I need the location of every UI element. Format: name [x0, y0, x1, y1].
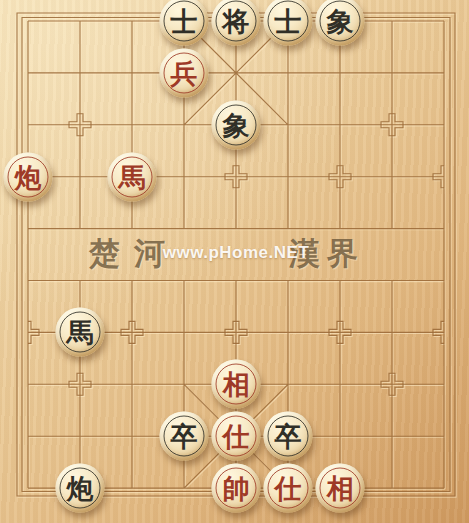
piece-black-pawn-right[interactable]: 卒 [264, 412, 313, 461]
piece-glyph: 馬 [56, 308, 105, 357]
piece-glyph: 帥 [212, 464, 261, 513]
piece-glyph: 相 [212, 360, 261, 409]
piece-glyph: 炮 [4, 152, 53, 201]
piece-black-elephant-center[interactable]: 象 [212, 100, 261, 149]
piece-black-cannon[interactable]: 炮 [56, 464, 105, 513]
piece-glyph: 士 [264, 0, 313, 46]
piece-black-advisor-right[interactable]: 士 [264, 0, 313, 46]
piece-glyph: 卒 [160, 412, 209, 461]
piece-red-horse[interactable]: 馬 [108, 152, 157, 201]
piece-black-horse[interactable]: 馬 [56, 308, 105, 357]
piece-glyph: 相 [316, 464, 365, 513]
piece-glyph: 仕 [264, 464, 313, 513]
piece-glyph: 象 [212, 100, 261, 149]
piece-red-advisor-right[interactable]: 仕 [264, 464, 313, 513]
piece-glyph: 象 [316, 0, 365, 46]
pieces-layer: 士将士象兵象炮馬馬相卒仕卒炮帥仕相 [0, 0, 469, 523]
piece-glyph: 卒 [264, 412, 313, 461]
piece-glyph: 将 [212, 0, 261, 46]
piece-glyph: 兵 [160, 48, 209, 97]
piece-red-pawn-advanced[interactable]: 兵 [160, 48, 209, 97]
piece-glyph: 炮 [56, 464, 105, 513]
piece-red-cannon-left[interactable]: 炮 [4, 152, 53, 201]
piece-glyph: 馬 [108, 152, 157, 201]
piece-black-general[interactable]: 将 [212, 0, 261, 46]
piece-glyph: 仕 [212, 412, 261, 461]
piece-red-advisor-center[interactable]: 仕 [212, 412, 261, 461]
piece-black-pawn-left[interactable]: 卒 [160, 412, 209, 461]
piece-glyph: 士 [160, 0, 209, 46]
piece-red-elephant-center[interactable]: 相 [212, 360, 261, 409]
piece-black-elephant-right[interactable]: 象 [316, 0, 365, 46]
xiangqi-board: 楚河 漢界 www.pHome.NET 士将士象兵象炮馬馬相卒仕卒炮帥仕相 [0, 0, 469, 523]
piece-red-elephant-right[interactable]: 相 [316, 464, 365, 513]
piece-red-general[interactable]: 帥 [212, 464, 261, 513]
piece-black-advisor-left[interactable]: 士 [160, 0, 209, 46]
